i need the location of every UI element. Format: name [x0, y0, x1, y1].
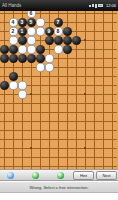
grid-cell: [81, 18, 90, 27]
grid-cell: [0, 144, 9, 153]
battery-icon: [98, 4, 103, 8]
grid-cell: [27, 117, 36, 126]
message-bar: Wrong. Select a free intersection.: [0, 182, 118, 193]
grid-cell: [9, 126, 18, 135]
grid-cell: [99, 126, 108, 135]
grid-cell: [99, 72, 108, 81]
white-stone: [9, 81, 18, 90]
grid-cell: [90, 81, 99, 90]
move-number: 8: [57, 27, 60, 36]
black-stone: [54, 36, 63, 45]
grid-cell: [0, 162, 9, 170]
grid-cell: [54, 90, 63, 99]
black-stone: [36, 45, 45, 54]
grid-cell: [72, 144, 81, 153]
grid-cell: [90, 54, 99, 63]
grid-cell: [63, 54, 72, 63]
grid-cell: [0, 108, 9, 117]
black-stone: [36, 54, 45, 63]
grid-cell: [18, 144, 27, 153]
move-number: 7: [57, 18, 60, 27]
grid-cell: [45, 90, 54, 99]
grid-cell: [108, 117, 117, 126]
grid-cell: [0, 36, 9, 45]
grid-cell: [81, 135, 90, 144]
signal-icon: [95, 4, 97, 8]
grid-cell: [99, 117, 108, 126]
grid-cell: [45, 162, 54, 170]
grid-cell: [108, 63, 117, 72]
grid-cell: [90, 36, 99, 45]
grid-cell: [108, 99, 117, 108]
grid-cell: [72, 18, 81, 27]
grid-cell: [54, 144, 63, 153]
green-ball-icon[interactable]: [32, 172, 39, 179]
grid-cell: [108, 72, 117, 81]
grid-cell: [63, 18, 72, 27]
signal-icon: [92, 4, 94, 7]
grid-cell: [45, 81, 54, 90]
grid-cell: [99, 18, 108, 27]
grid-cell: [9, 117, 18, 126]
grid-cell: [36, 144, 45, 153]
bottom-toolbar: Hint Next: [0, 169, 118, 181]
grid-cell: [36, 126, 45, 135]
grid-cell: [99, 36, 108, 45]
black-stone: [63, 27, 72, 36]
black-stone: [0, 45, 9, 54]
grid-cell: [72, 126, 81, 135]
grid-cell: [90, 18, 99, 27]
grid-cell: [108, 27, 117, 36]
grid-cell: [36, 117, 45, 126]
grid-cell: [54, 63, 63, 72]
grid-cell: [90, 72, 99, 81]
grid-cell: [0, 126, 9, 135]
grid-cell: [81, 99, 90, 108]
grid-cell: [0, 27, 9, 36]
grid-cell: [0, 135, 9, 144]
grid-cell: [63, 117, 72, 126]
grid-cell: [63, 144, 72, 153]
move-number: 9: [48, 27, 51, 36]
grid-cell: [81, 72, 90, 81]
grid-cell: [99, 153, 108, 162]
grid-cell: [45, 117, 54, 126]
move-number: 5: [30, 18, 33, 27]
grid-cell: [36, 162, 45, 170]
grid-cell: [108, 162, 117, 170]
grid-cell: [108, 144, 117, 153]
grid-cell: [36, 153, 45, 162]
grid-cell: [18, 99, 27, 108]
move-number: 1: [21, 27, 24, 36]
grid-cell: [9, 108, 18, 117]
grid-cell: [99, 90, 108, 99]
grid-cell: [99, 63, 108, 72]
app-screen: All Hands 12:06 643572198 Hint Next Wron…: [0, 0, 118, 200]
grid-cell: [0, 99, 9, 108]
grid-cell: [90, 99, 99, 108]
grid-cell: [36, 135, 45, 144]
grid-cell: [63, 72, 72, 81]
grid-cell: [45, 126, 54, 135]
signal-icon: [89, 5, 91, 7]
grid-cell: [81, 27, 90, 36]
white-stone: [9, 36, 18, 45]
grid-cell: [45, 72, 54, 81]
grid-cell: [54, 72, 63, 81]
grid-cell: [72, 117, 81, 126]
grid-cell: [36, 108, 45, 117]
grid-cell: [72, 90, 81, 99]
grid-cell: [9, 162, 18, 170]
grid-cell: [63, 162, 72, 170]
grid-cell: [45, 135, 54, 144]
grid-cell: [36, 81, 45, 90]
grid-cell: [18, 126, 27, 135]
white-stone: [45, 54, 54, 63]
status-time: 12:06: [106, 3, 116, 8]
black-stone: [0, 81, 9, 90]
grid-cell: [81, 153, 90, 162]
grid-cell: [90, 162, 99, 170]
app-title: All Hands: [0, 3, 89, 8]
grid-cell: [27, 99, 36, 108]
white-stone: [27, 45, 36, 54]
white-stone: [27, 27, 36, 36]
black-stone: [0, 54, 9, 63]
grid-cell: [72, 153, 81, 162]
grid-cell: [108, 108, 117, 117]
grid-cell: [72, 99, 81, 108]
grid-cell: [72, 45, 81, 54]
grid-cell: [27, 153, 36, 162]
grid-cell: [72, 54, 81, 63]
grid-cell: [9, 99, 18, 108]
black-stone: 3: [18, 18, 27, 27]
white-stone: [36, 63, 45, 72]
grid-cell: [36, 36, 45, 45]
grid-cell: [63, 108, 72, 117]
grid-cell: [99, 135, 108, 144]
white-stone: 4: [9, 18, 18, 27]
white-stone: [18, 45, 27, 54]
grid-cell: [108, 153, 117, 162]
grid-cell: [90, 135, 99, 144]
black-stone: [9, 72, 18, 81]
grid-cell: [45, 18, 54, 27]
grid-cell: [18, 153, 27, 162]
grid-cell: [0, 63, 9, 72]
grid-cell: [0, 18, 9, 27]
black-stone: [45, 36, 54, 45]
grid-cell: [99, 108, 108, 117]
black-stone: [9, 45, 18, 54]
grid-cell: [27, 162, 36, 170]
grid-cell: [9, 144, 18, 153]
grid-cell: [90, 45, 99, 54]
grid-cell: [108, 126, 117, 135]
grid-cell: [27, 63, 36, 72]
grid-cell: [90, 126, 99, 135]
grid-cell: [0, 153, 9, 162]
move-number: 2: [12, 27, 15, 36]
grid-cell: [81, 81, 90, 90]
message-text: Wrong. Select a free intersection.: [29, 185, 88, 190]
grid-cell: [72, 162, 81, 170]
status-bar: All Hands 12:06: [0, 0, 118, 11]
grid-cell: [108, 81, 117, 90]
grid-cell: [108, 54, 117, 63]
grid-cell: [90, 90, 99, 99]
grid-cell: [63, 63, 72, 72]
grid-cell: [81, 162, 90, 170]
black-stone: [9, 54, 18, 63]
grid-cell: [27, 135, 36, 144]
move-number: 4: [12, 18, 15, 27]
black-stone: 7: [54, 18, 63, 27]
grid-cell: [63, 135, 72, 144]
grid-cell: [54, 162, 63, 170]
grid-cell: [27, 108, 36, 117]
grid-cell: [63, 126, 72, 135]
grid-cell: [0, 117, 9, 126]
black-stone: [27, 54, 36, 63]
black-stone: [72, 36, 81, 45]
grid-cell: [54, 135, 63, 144]
grid-cell: [9, 153, 18, 162]
grid-cell: [72, 72, 81, 81]
grid-cell: [45, 144, 54, 153]
grid-cell: [45, 108, 54, 117]
grid-cell: [0, 72, 9, 81]
hint-button[interactable]: Hint: [73, 171, 94, 180]
black-stone: [63, 36, 72, 45]
white-stone: [18, 90, 27, 99]
grid-cell: [99, 27, 108, 36]
grid-cell: [90, 117, 99, 126]
white-stone: [36, 18, 45, 27]
black-stone: 5: [27, 18, 36, 27]
grid-cell: [72, 27, 81, 36]
white-stone: 2: [9, 27, 18, 36]
next-button[interactable]: Next: [96, 171, 117, 180]
grid-cell: [54, 81, 63, 90]
grid-cell: [0, 90, 9, 99]
grid-cell: [90, 27, 99, 36]
grid-cell: [90, 144, 99, 153]
grid-cell: [72, 135, 81, 144]
grid-cell: [99, 81, 108, 90]
grid-cell: [99, 45, 108, 54]
grid-cell: [81, 54, 90, 63]
grid-cell: [63, 81, 72, 90]
blue-ball-icon[interactable]: [7, 172, 14, 179]
status-icons: 12:06: [89, 3, 118, 8]
grid-cell: [63, 153, 72, 162]
grid-cell: [18, 162, 27, 170]
grid-cell: [81, 108, 90, 117]
grid-cell: [18, 63, 27, 72]
go-board[interactable]: 643572198: [0, 11, 118, 169]
grid-cell: [81, 45, 90, 54]
white-stone: [27, 36, 36, 45]
white-stone: [18, 81, 27, 90]
grid-cell: [9, 135, 18, 144]
black-stone: [18, 54, 27, 63]
grid-cell: [18, 108, 27, 117]
grid-cell: [36, 90, 45, 99]
grid-cell: [90, 63, 99, 72]
grid-cell: [108, 45, 117, 54]
grid-cell: [63, 99, 72, 108]
grid-cell: [108, 135, 117, 144]
grid-cell: [99, 144, 108, 153]
grid-cell: [27, 81, 36, 90]
grid-cell: [36, 72, 45, 81]
grid-cell: [99, 54, 108, 63]
white-stone: [54, 45, 63, 54]
grid-cell: [54, 117, 63, 126]
grid-cell: [54, 99, 63, 108]
grid-cell: [54, 153, 63, 162]
grid-cell: [90, 153, 99, 162]
grid-cell: [81, 63, 90, 72]
grid-cell: [99, 162, 108, 170]
grid-cell: [54, 126, 63, 135]
grid-cell: [9, 63, 18, 72]
black-stone: [63, 45, 72, 54]
grid-cell: [18, 117, 27, 126]
grid-cell: [108, 36, 117, 45]
black-stone: 9: [45, 27, 54, 36]
grid-cell: [9, 90, 18, 99]
white-stone: [45, 63, 54, 72]
grid-cell: [45, 99, 54, 108]
green-ball-icon[interactable]: [57, 172, 64, 179]
grid-cell: [36, 99, 45, 108]
white-stone: [36, 27, 45, 36]
grid-cell: [54, 54, 63, 63]
grid-cell: [27, 72, 36, 81]
move-number: 3: [21, 18, 24, 27]
grid-cell: [108, 90, 117, 99]
grid-cell: [45, 45, 54, 54]
grid-cell: [27, 126, 36, 135]
black-stone: [18, 36, 27, 45]
grid-cell: [63, 90, 72, 99]
grid-cell: [45, 153, 54, 162]
grid-cell: [72, 81, 81, 90]
grid-cell: [18, 72, 27, 81]
grid-cell: [108, 18, 117, 27]
grid-cell: [81, 117, 90, 126]
grid-cell: [99, 99, 108, 108]
grid-cell: [72, 63, 81, 72]
grid-cell: [90, 108, 99, 117]
grid-cell: [72, 108, 81, 117]
black-stone: 1: [18, 27, 27, 36]
grid-cell: [81, 126, 90, 135]
grid-cell: [54, 108, 63, 117]
grid-cell: [18, 135, 27, 144]
white-stone: 8: [54, 27, 63, 36]
